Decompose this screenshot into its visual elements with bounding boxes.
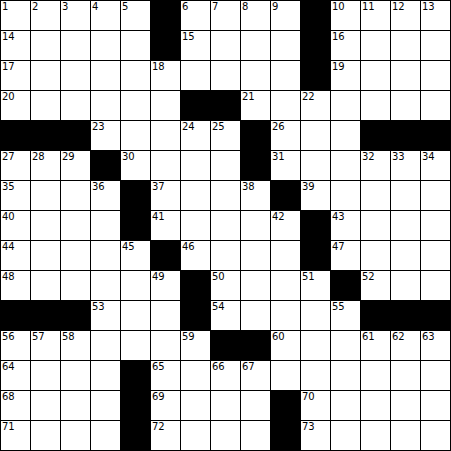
clue-number-68: 68 (2, 391, 15, 402)
cell-r13c7[interactable] (181, 361, 210, 390)
cell-r5c8[interactable]: 25 (211, 121, 240, 150)
cell-r1c4[interactable]: 4 (91, 1, 120, 30)
black-cell-r11c2 (31, 301, 60, 330)
cell-r2c12[interactable]: 16 (331, 31, 360, 60)
cell-r2c14[interactable] (391, 31, 420, 60)
clue-number-45: 45 (122, 241, 135, 252)
cell-r1c1[interactable]: 1 (1, 1, 30, 30)
cell-r9c7[interactable]: 46 (181, 241, 210, 270)
cell-r7c3[interactable] (61, 181, 90, 210)
cell-r14c1[interactable]: 68 (1, 391, 30, 420)
cell-r15c6[interactable]: 72 (151, 421, 180, 450)
cell-r7c12[interactable] (331, 181, 360, 210)
black-cell-r7c5 (121, 181, 150, 210)
cell-r9c12[interactable]: 47 (331, 241, 360, 270)
black-cell-r6c4 (91, 151, 120, 180)
cell-r13c11[interactable] (301, 361, 330, 390)
clue-number-13: 13 (422, 1, 435, 12)
cell-r6c3[interactable]: 29 (61, 151, 90, 180)
cell-r4c15[interactable] (421, 91, 450, 120)
cell-r9c10[interactable] (271, 241, 300, 270)
cell-r4c10[interactable] (271, 91, 300, 120)
black-cell-r1c11 (301, 1, 330, 30)
cell-r10c15[interactable] (421, 271, 450, 300)
black-cell-r8c5 (121, 211, 150, 240)
cell-r10c13[interactable]: 52 (361, 271, 390, 300)
clue-number-27: 27 (2, 151, 15, 162)
clue-number-43: 43 (332, 211, 345, 222)
clue-number-65: 65 (152, 361, 165, 372)
cell-r7c8[interactable] (211, 181, 240, 210)
cell-r12c6[interactable] (151, 331, 180, 360)
clue-number-54: 54 (212, 301, 225, 312)
cell-r8c14[interactable] (391, 211, 420, 240)
clue-number-46: 46 (182, 241, 195, 252)
clue-number-9: 9 (272, 1, 278, 12)
cell-r9c1[interactable]: 44 (1, 241, 30, 270)
cell-r8c8[interactable] (211, 211, 240, 240)
cell-r14c11[interactable]: 70 (301, 391, 330, 420)
cell-r7c14[interactable] (391, 181, 420, 210)
black-cell-r14c10 (271, 391, 300, 420)
cell-r3c4[interactable] (91, 61, 120, 90)
clue-number-31: 31 (272, 151, 285, 162)
cell-r15c15[interactable] (421, 421, 450, 450)
cell-r14c7[interactable] (181, 391, 210, 420)
cell-r7c2[interactable] (31, 181, 60, 210)
black-cell-r5c1 (1, 121, 30, 150)
cell-r1c2[interactable]: 2 (31, 1, 60, 30)
clue-number-15: 15 (182, 31, 195, 42)
clue-number-36: 36 (92, 181, 105, 192)
clue-number-60: 60 (272, 331, 285, 342)
cell-r3c15[interactable] (421, 61, 450, 90)
cell-r2c2[interactable] (31, 31, 60, 60)
cell-r13c15[interactable] (421, 361, 450, 390)
cell-r9c9[interactable] (241, 241, 270, 270)
cell-r14c3[interactable] (61, 391, 90, 420)
clue-number-33: 33 (392, 151, 405, 162)
cell-r13c2[interactable] (31, 361, 60, 390)
cell-r8c9[interactable] (241, 211, 270, 240)
cell-r4c1[interactable]: 20 (1, 91, 30, 120)
cell-r2c8[interactable] (211, 31, 240, 60)
cell-r2c15[interactable] (421, 31, 450, 60)
cell-r2c9[interactable] (241, 31, 270, 60)
cell-r8c12[interactable]: 43 (331, 211, 360, 240)
cell-r12c4[interactable] (91, 331, 120, 360)
cell-r8c15[interactable] (421, 211, 450, 240)
cell-r1c9[interactable]: 8 (241, 1, 270, 30)
cell-r1c3[interactable]: 3 (61, 1, 90, 30)
cell-r12c15[interactable]: 63 (421, 331, 450, 360)
clue-number-14: 14 (2, 31, 15, 42)
cell-r12c12[interactable] (331, 331, 360, 360)
cell-r14c6[interactable]: 69 (151, 391, 180, 420)
cell-r3c3[interactable] (61, 61, 90, 90)
clue-number-7: 7 (212, 1, 218, 12)
cell-r13c9[interactable]: 67 (241, 361, 270, 390)
black-cell-r5c13 (361, 121, 390, 150)
cell-r7c13[interactable] (361, 181, 390, 210)
cell-r6c12[interactable] (331, 151, 360, 180)
black-cell-r5c15 (421, 121, 450, 150)
black-cell-r11c1 (1, 301, 30, 330)
clue-number-58: 58 (62, 331, 75, 342)
cell-r6c2[interactable]: 28 (31, 151, 60, 180)
clue-number-57: 57 (32, 331, 45, 342)
cell-r6c7[interactable] (181, 151, 210, 180)
black-cell-r5c9 (241, 121, 270, 150)
cell-r3c8[interactable] (211, 61, 240, 90)
cell-r5c5[interactable] (121, 121, 150, 150)
cell-r1c10[interactable]: 9 (271, 1, 300, 30)
cell-r13c1[interactable]: 64 (1, 361, 30, 390)
clue-number-6: 6 (182, 1, 188, 12)
cell-r4c4[interactable] (91, 91, 120, 120)
cell-r11c12[interactable]: 55 (331, 301, 360, 330)
cell-r10c9[interactable] (241, 271, 270, 300)
clue-number-50: 50 (212, 271, 225, 282)
black-cell-r11c3 (61, 301, 90, 330)
cell-r6c1[interactable]: 27 (1, 151, 30, 180)
clue-number-8: 8 (242, 1, 248, 12)
cell-r8c6[interactable]: 41 (151, 211, 180, 240)
cell-r10c4[interactable] (91, 271, 120, 300)
cell-r9c3[interactable] (61, 241, 90, 270)
cell-r15c1[interactable]: 71 (1, 421, 30, 450)
clue-number-51: 51 (302, 271, 315, 282)
cell-r3c12[interactable]: 19 (331, 61, 360, 90)
black-cell-r2c6 (151, 31, 180, 60)
cell-r4c2[interactable] (31, 91, 60, 120)
black-cell-r11c7 (181, 301, 210, 330)
clue-number-61: 61 (362, 331, 375, 342)
cell-r5c11[interactable] (301, 121, 330, 150)
cell-r6c8[interactable] (211, 151, 240, 180)
clue-number-30: 30 (122, 151, 135, 162)
clue-number-63: 63 (422, 331, 435, 342)
cell-r1c14[interactable]: 12 (391, 1, 420, 30)
cell-r3c1[interactable]: 17 (1, 61, 30, 90)
clue-number-24: 24 (182, 121, 195, 132)
cell-r8c4[interactable] (91, 211, 120, 240)
cell-r6c10[interactable]: 31 (271, 151, 300, 180)
clue-number-26: 26 (272, 121, 285, 132)
cell-r14c2[interactable] (31, 391, 60, 420)
clue-number-39: 39 (302, 181, 315, 192)
cell-r1c8[interactable]: 7 (211, 1, 240, 30)
cell-r2c7[interactable]: 15 (181, 31, 210, 60)
black-cell-r4c7 (181, 91, 210, 120)
cell-r9c2[interactable] (31, 241, 60, 270)
cell-r14c14[interactable] (391, 391, 420, 420)
cell-r14c8[interactable] (211, 391, 240, 420)
cell-r7c11[interactable]: 39 (301, 181, 330, 210)
cell-r15c9[interactable] (241, 421, 270, 450)
clue-number-3: 3 (62, 1, 68, 12)
black-cell-r10c7 (181, 271, 210, 300)
clue-number-34: 34 (422, 151, 435, 162)
cell-r13c14[interactable] (391, 361, 420, 390)
clue-number-19: 19 (332, 61, 345, 72)
clue-number-42: 42 (272, 211, 285, 222)
cell-r7c15[interactable] (421, 181, 450, 210)
black-cell-r5c3 (61, 121, 90, 150)
cell-r1c15[interactable]: 13 (421, 1, 450, 30)
cell-r13c6[interactable]: 65 (151, 361, 180, 390)
clue-number-17: 17 (2, 61, 15, 72)
cell-r13c13[interactable] (361, 361, 390, 390)
cell-r4c3[interactable] (61, 91, 90, 120)
clue-number-21: 21 (242, 91, 255, 102)
clue-number-32: 32 (362, 151, 375, 162)
cell-r15c11[interactable]: 73 (301, 421, 330, 450)
black-cell-r6c9 (241, 151, 270, 180)
cell-r12c1[interactable]: 56 (1, 331, 30, 360)
cell-r4c14[interactable] (391, 91, 420, 120)
black-cell-r5c2 (31, 121, 60, 150)
cell-r11c5[interactable] (121, 301, 150, 330)
clue-number-29: 29 (62, 151, 75, 162)
crossword-puzzle: 1234567891011121314151617181920212223242… (0, 0, 451, 451)
cell-r12c10[interactable]: 60 (271, 331, 300, 360)
black-cell-r15c5 (121, 421, 150, 450)
cell-r3c9[interactable] (241, 61, 270, 90)
cell-r9c5[interactable]: 45 (121, 241, 150, 270)
cell-r5c4[interactable]: 23 (91, 121, 120, 150)
cell-r8c1[interactable]: 40 (1, 211, 30, 240)
cell-r4c5[interactable] (121, 91, 150, 120)
clue-number-4: 4 (92, 1, 98, 12)
clue-number-16: 16 (332, 31, 345, 42)
cell-r10c8[interactable]: 50 (211, 271, 240, 300)
cell-r7c4[interactable]: 36 (91, 181, 120, 210)
cell-r9c14[interactable] (391, 241, 420, 270)
black-cell-r7c10 (271, 181, 300, 210)
cell-r10c2[interactable] (31, 271, 60, 300)
cell-r13c4[interactable] (91, 361, 120, 390)
cell-r5c6[interactable] (151, 121, 180, 150)
black-cell-r10c12 (331, 271, 360, 300)
cell-r8c3[interactable] (61, 211, 90, 240)
cell-r15c4[interactable] (91, 421, 120, 450)
cell-r1c7[interactable]: 6 (181, 1, 210, 30)
cell-r3c14[interactable] (391, 61, 420, 90)
cell-r3c6[interactable]: 18 (151, 61, 180, 90)
cell-r3c2[interactable] (31, 61, 60, 90)
cell-r6c15[interactable]: 34 (421, 151, 450, 180)
cell-r10c3[interactable] (61, 271, 90, 300)
cell-r4c6[interactable] (151, 91, 180, 120)
cell-r5c12[interactable] (331, 121, 360, 150)
cell-r9c4[interactable] (91, 241, 120, 270)
black-cell-r14c5 (121, 391, 150, 420)
cell-r1c5[interactable]: 5 (121, 1, 150, 30)
cell-r4c11[interactable]: 22 (301, 91, 330, 120)
black-cell-r8c11 (301, 211, 330, 240)
cell-r5c10[interactable]: 26 (271, 121, 300, 150)
cell-r7c9[interactable]: 38 (241, 181, 270, 210)
black-cell-r3c11 (301, 61, 330, 90)
cell-r12c13[interactable]: 61 (361, 331, 390, 360)
clue-number-10: 10 (332, 1, 345, 12)
clue-number-64: 64 (2, 361, 15, 372)
clue-number-62: 62 (392, 331, 405, 342)
clue-number-49: 49 (152, 271, 165, 282)
cell-r8c10[interactable]: 42 (271, 211, 300, 240)
cell-r15c14[interactable] (391, 421, 420, 450)
cell-r9c8[interactable] (211, 241, 240, 270)
black-cell-r11c13 (361, 301, 390, 330)
black-cell-r1c6 (151, 1, 180, 30)
cell-r8c2[interactable] (31, 211, 60, 240)
cell-r10c11[interactable]: 51 (301, 271, 330, 300)
cell-r10c6[interactable]: 49 (151, 271, 180, 300)
cell-r11c6[interactable] (151, 301, 180, 330)
clue-number-56: 56 (2, 331, 15, 342)
clue-number-48: 48 (2, 271, 15, 282)
cell-r12c11[interactable] (301, 331, 330, 360)
cell-r12c14[interactable]: 62 (391, 331, 420, 360)
clue-number-37: 37 (152, 181, 165, 192)
cell-r11c10[interactable] (271, 301, 300, 330)
cell-r2c3[interactable] (61, 31, 90, 60)
cell-r10c1[interactable]: 48 (1, 271, 30, 300)
clue-number-40: 40 (2, 211, 15, 222)
cell-r14c15[interactable] (421, 391, 450, 420)
black-cell-r2c11 (301, 31, 330, 60)
cell-r7c6[interactable]: 37 (151, 181, 180, 210)
cell-r11c8[interactable]: 54 (211, 301, 240, 330)
cell-r12c5[interactable] (121, 331, 150, 360)
clue-number-41: 41 (152, 211, 165, 222)
clue-number-5: 5 (122, 1, 128, 12)
cell-r1c13[interactable]: 11 (361, 1, 390, 30)
cell-r2c4[interactable] (91, 31, 120, 60)
cell-r7c7[interactable] (181, 181, 210, 210)
clue-number-71: 71 (2, 421, 15, 432)
cell-r11c9[interactable] (241, 301, 270, 330)
cell-r4c9[interactable]: 21 (241, 91, 270, 120)
cell-r9c13[interactable] (361, 241, 390, 270)
clue-number-66: 66 (212, 361, 225, 372)
cell-r13c3[interactable] (61, 361, 90, 390)
cell-r6c13[interactable]: 32 (361, 151, 390, 180)
cell-r8c7[interactable] (181, 211, 210, 240)
clue-number-2: 2 (32, 1, 38, 12)
cell-r13c12[interactable] (331, 361, 360, 390)
clue-number-35: 35 (2, 181, 15, 192)
cell-r7c1[interactable]: 35 (1, 181, 30, 210)
cell-r15c12[interactable] (331, 421, 360, 450)
cell-r2c10[interactable] (271, 31, 300, 60)
cell-r15c13[interactable] (361, 421, 390, 450)
cell-r1c12[interactable]: 10 (331, 1, 360, 30)
clue-number-12: 12 (392, 1, 405, 12)
clue-number-47: 47 (332, 241, 345, 252)
clue-number-69: 69 (152, 391, 165, 402)
cell-r10c5[interactable] (121, 271, 150, 300)
cell-r3c5[interactable] (121, 61, 150, 90)
clue-number-38: 38 (242, 181, 255, 192)
cell-r5c7[interactable]: 24 (181, 121, 210, 150)
cell-r2c13[interactable] (361, 31, 390, 60)
cell-r10c14[interactable] (391, 271, 420, 300)
cell-r12c3[interactable]: 58 (61, 331, 90, 360)
clue-number-67: 67 (242, 361, 255, 372)
clue-number-53: 53 (92, 301, 105, 312)
cell-r13c10[interactable] (271, 361, 300, 390)
cell-r9c15[interactable] (421, 241, 450, 270)
cell-r11c4[interactable]: 53 (91, 301, 120, 330)
black-cell-r5c14 (391, 121, 420, 150)
black-cell-r9c11 (301, 241, 330, 270)
clue-number-20: 20 (2, 91, 15, 102)
cell-r15c7[interactable] (181, 421, 210, 450)
cell-r14c12[interactable] (331, 391, 360, 420)
cell-r4c13[interactable] (361, 91, 390, 120)
cell-r13c8[interactable]: 66 (211, 361, 240, 390)
cell-r6c11[interactable] (301, 151, 330, 180)
clue-number-52: 52 (362, 271, 375, 282)
black-cell-r13c5 (121, 361, 150, 390)
black-cell-r11c15 (421, 301, 450, 330)
cell-r2c1[interactable]: 14 (1, 31, 30, 60)
clue-number-1: 1 (2, 1, 8, 12)
black-cell-r4c8 (211, 91, 240, 120)
clue-number-59: 59 (182, 331, 195, 342)
cell-r4c12[interactable] (331, 91, 360, 120)
clue-number-73: 73 (302, 421, 315, 432)
cell-r2c5[interactable] (121, 31, 150, 60)
clue-number-55: 55 (332, 301, 345, 312)
clue-number-11: 11 (362, 1, 375, 12)
clue-number-23: 23 (92, 121, 105, 132)
cell-r3c7[interactable] (181, 61, 210, 90)
cell-r6c6[interactable] (151, 151, 180, 180)
black-cell-r12c9 (241, 331, 270, 360)
cell-r14c13[interactable] (361, 391, 390, 420)
clue-number-70: 70 (302, 391, 315, 402)
cell-r3c13[interactable] (361, 61, 390, 90)
cell-r15c8[interactable] (211, 421, 240, 450)
clue-number-28: 28 (32, 151, 45, 162)
cell-r15c2[interactable] (31, 421, 60, 450)
clue-number-18: 18 (152, 61, 165, 72)
cell-r14c9[interactable] (241, 391, 270, 420)
black-cell-r9c6 (151, 241, 180, 270)
cell-r8c13[interactable] (361, 211, 390, 240)
cell-r6c14[interactable]: 33 (391, 151, 420, 180)
black-cell-r11c14 (391, 301, 420, 330)
cell-r6c5[interactable]: 30 (121, 151, 150, 180)
cell-r12c2[interactable]: 57 (31, 331, 60, 360)
clue-number-25: 25 (212, 121, 225, 132)
cell-r15c3[interactable] (61, 421, 90, 450)
clue-number-44: 44 (2, 241, 15, 252)
black-cell-r12c8 (211, 331, 240, 360)
cell-r10c10[interactable] (271, 271, 300, 300)
cell-r12c7[interactable]: 59 (181, 331, 210, 360)
cell-r14c4[interactable] (91, 391, 120, 420)
cell-r11c11[interactable] (301, 301, 330, 330)
crossword-grid: 1234567891011121314151617181920212223242… (0, 0, 451, 451)
clue-number-72: 72 (152, 421, 165, 432)
clue-number-22: 22 (302, 91, 315, 102)
cell-r3c10[interactable] (271, 61, 300, 90)
black-cell-r15c10 (271, 421, 300, 450)
